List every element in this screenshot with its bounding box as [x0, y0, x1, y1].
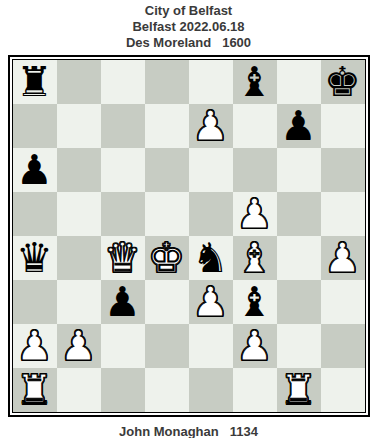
black-knight-e4[interactable]: ♞ — [192, 236, 229, 280]
square-d7[interactable] — [145, 104, 189, 148]
square-h7[interactable] — [321, 104, 365, 148]
white-pawn-f5[interactable]: ♟ — [236, 192, 273, 236]
white-pawn-h4[interactable]: ♟ — [324, 236, 361, 280]
square-g3[interactable] — [277, 280, 321, 324]
square-c2[interactable] — [101, 324, 145, 368]
square-f2[interactable]: ♟ — [233, 324, 277, 368]
square-g1[interactable]: ♜ — [277, 368, 321, 412]
square-c6[interactable] — [101, 148, 145, 192]
square-d8[interactable] — [145, 60, 189, 104]
white-bishop-f4[interactable]: ♝ — [236, 236, 273, 280]
bottom-player: John Monaghan1134 — [0, 424, 377, 438]
square-g5[interactable] — [277, 192, 321, 236]
square-h2[interactable] — [321, 324, 365, 368]
square-a3[interactable] — [13, 280, 57, 324]
square-b7[interactable] — [57, 104, 101, 148]
square-c4[interactable]: ♛ — [101, 236, 145, 280]
square-a2[interactable]: ♟ — [13, 324, 57, 368]
white-king-d4[interactable]: ♚ — [148, 236, 185, 280]
board-frame: ♜♝♚♟♟♟♟♛♛♚♞♝♟♟♟♝♟♟♟♜♜ — [8, 55, 370, 417]
white-pawn-e7[interactable]: ♟ — [192, 104, 229, 148]
site-date: Belfast 2022.06.18 — [0, 19, 377, 35]
white-pawn-a2[interactable]: ♟ — [16, 324, 53, 368]
square-b6[interactable] — [57, 148, 101, 192]
square-d1[interactable] — [145, 368, 189, 412]
square-b1[interactable] — [57, 368, 101, 412]
top-player-rating: 1600 — [222, 35, 251, 50]
white-pawn-e3[interactable]: ♟ — [192, 280, 229, 324]
square-c3[interactable]: ♟ — [101, 280, 145, 324]
black-pawn-a6[interactable]: ♟ — [16, 148, 53, 192]
black-king-h8[interactable]: ♚ — [324, 60, 361, 104]
square-g6[interactable] — [277, 148, 321, 192]
square-f8[interactable]: ♝ — [233, 60, 277, 104]
square-f4[interactable]: ♝ — [233, 236, 277, 280]
square-b3[interactable] — [57, 280, 101, 324]
square-h5[interactable] — [321, 192, 365, 236]
square-f7[interactable] — [233, 104, 277, 148]
white-pawn-f2[interactable]: ♟ — [236, 324, 273, 368]
square-h4[interactable]: ♟ — [321, 236, 365, 280]
black-pawn-c3[interactable]: ♟ — [104, 280, 141, 324]
square-d4[interactable]: ♚ — [145, 236, 189, 280]
square-a8[interactable]: ♜ — [13, 60, 57, 104]
square-a7[interactable] — [13, 104, 57, 148]
white-rook-g1[interactable]: ♜ — [280, 368, 317, 412]
square-c5[interactable] — [101, 192, 145, 236]
black-rook-a8[interactable]: ♜ — [16, 60, 53, 104]
square-e3[interactable]: ♟ — [189, 280, 233, 324]
black-queen-a4[interactable]: ♛ — [16, 236, 53, 280]
game-header: City of Belfast Belfast 2022.06.18 Des M… — [0, 0, 377, 51]
square-a5[interactable] — [13, 192, 57, 236]
square-f5[interactable]: ♟ — [233, 192, 277, 236]
square-e6[interactable] — [189, 148, 233, 192]
square-f3[interactable]: ♝ — [233, 280, 277, 324]
square-b5[interactable] — [57, 192, 101, 236]
square-h3[interactable] — [321, 280, 365, 324]
chess-board: ♜♝♚♟♟♟♟♛♛♚♞♝♟♟♟♝♟♟♟♜♜ — [12, 59, 366, 413]
white-queen-c4[interactable]: ♛ — [104, 236, 141, 280]
square-e8[interactable] — [189, 60, 233, 104]
black-bishop-f8[interactable]: ♝ — [236, 60, 273, 104]
top-player-name: Des Moreland — [126, 35, 211, 50]
square-g4[interactable] — [277, 236, 321, 280]
square-c8[interactable] — [101, 60, 145, 104]
square-d6[interactable] — [145, 148, 189, 192]
square-a1[interactable]: ♜ — [13, 368, 57, 412]
square-d3[interactable] — [145, 280, 189, 324]
white-pawn-b2[interactable]: ♟ — [60, 324, 97, 368]
square-b8[interactable] — [57, 60, 101, 104]
square-b2[interactable]: ♟ — [57, 324, 101, 368]
square-h6[interactable] — [321, 148, 365, 192]
square-b4[interactable] — [57, 236, 101, 280]
square-g2[interactable] — [277, 324, 321, 368]
top-player: Des Moreland1600 — [0, 35, 377, 51]
square-g8[interactable] — [277, 60, 321, 104]
white-rook-a1[interactable]: ♜ — [16, 368, 53, 412]
square-f1[interactable] — [233, 368, 277, 412]
square-a6[interactable]: ♟ — [13, 148, 57, 192]
black-pawn-g7[interactable]: ♟ — [280, 104, 317, 148]
square-a4[interactable]: ♛ — [13, 236, 57, 280]
square-c7[interactable] — [101, 104, 145, 148]
square-f6[interactable] — [233, 148, 277, 192]
square-e5[interactable] — [189, 192, 233, 236]
square-h8[interactable]: ♚ — [321, 60, 365, 104]
square-h1[interactable] — [321, 368, 365, 412]
bottom-player-rating: 1134 — [230, 424, 258, 438]
event-name: City of Belfast — [0, 3, 377, 19]
square-e1[interactable] — [189, 368, 233, 412]
square-d5[interactable] — [145, 192, 189, 236]
square-e7[interactable]: ♟ — [189, 104, 233, 148]
square-d2[interactable] — [145, 324, 189, 368]
square-c1[interactable] — [101, 368, 145, 412]
bottom-player-name: John Monaghan — [119, 424, 219, 438]
square-g7[interactable]: ♟ — [277, 104, 321, 148]
square-e4[interactable]: ♞ — [189, 236, 233, 280]
black-bishop-f3[interactable]: ♝ — [236, 280, 273, 324]
square-e2[interactable] — [189, 324, 233, 368]
